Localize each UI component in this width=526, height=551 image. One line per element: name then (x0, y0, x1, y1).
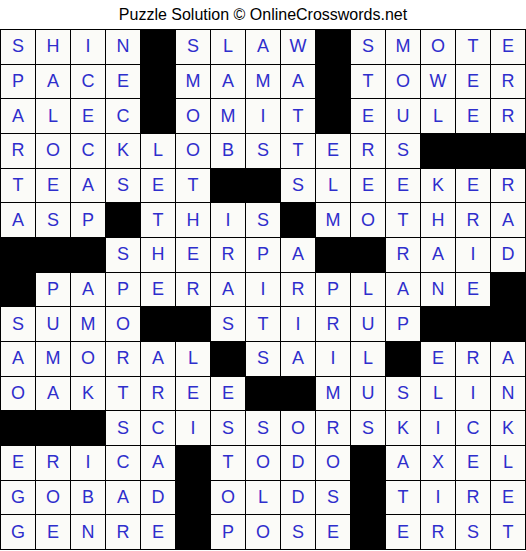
block-cell-r8c15 (491, 273, 525, 307)
page-title: Puzzle Solution © OnlineCrosswords.net (119, 6, 407, 24)
letter-cell-r6c12: T (386, 203, 420, 237)
letter-cell-r12c7: S (211, 411, 245, 445)
letter-cell-r8c3: A (71, 273, 105, 307)
letter-cell-r8c12: A (386, 273, 420, 307)
block-cell-r8c1 (1, 273, 35, 307)
letter-cell-r15c2: E (36, 515, 70, 549)
letter-cell-r14c2: O (36, 481, 70, 515)
letter-cell-r11c1: O (1, 377, 35, 411)
letter-cell-r3c7: M (211, 99, 245, 133)
letter-cell-r2c8: M (246, 65, 280, 99)
letter-cell-r10c6: L (176, 342, 210, 376)
letter-cell-r7c9: A (281, 238, 315, 272)
letter-cell-r3c2: L (36, 99, 70, 133)
letter-cell-r10c8: S (246, 342, 280, 376)
letter-cell-r2c6: M (176, 65, 210, 99)
letter-cell-r9c10: R (316, 307, 350, 341)
letter-cell-r1c14: T (456, 30, 490, 64)
letter-cell-r11c14: I (456, 377, 490, 411)
letter-cell-r11c2: A (36, 377, 70, 411)
letter-cell-r15c14: S (456, 515, 490, 549)
letter-cell-r4c4: K (106, 134, 140, 168)
letter-cell-r5c9: S (281, 169, 315, 203)
letter-cell-r1c3: I (71, 30, 105, 64)
letter-cell-r4c5: L (141, 134, 175, 168)
letter-cell-r5c3: A (71, 169, 105, 203)
title-bar: Puzzle Solution © OnlineCrosswords.net (0, 0, 526, 29)
letter-cell-r4c7: B (211, 134, 245, 168)
letter-cell-r6c11: O (351, 203, 385, 237)
letter-cell-r8c6: R (176, 273, 210, 307)
letter-cell-r1c9: W (281, 30, 315, 64)
letter-cell-r9c4: O (106, 307, 140, 341)
letter-cell-r8c5: E (141, 273, 175, 307)
letter-cell-r5c1: T (1, 169, 35, 203)
letter-cell-r9c7: S (211, 307, 245, 341)
letter-cell-r7c15: D (491, 238, 525, 272)
letter-cell-r8c2: P (36, 273, 70, 307)
letter-cell-r9c8: T (246, 307, 280, 341)
letter-cell-r2c9: A (281, 65, 315, 99)
block-cell-r5c8 (246, 169, 280, 203)
letter-cell-r8c9: R (281, 273, 315, 307)
block-cell-r7c10 (316, 238, 350, 272)
letter-cell-r14c15: E (491, 481, 525, 515)
letter-cell-r2c3: C (71, 65, 105, 99)
letter-cell-r7c12: R (386, 238, 420, 272)
letter-cell-r13c2: R (36, 446, 70, 480)
letter-cell-r1c2: H (36, 30, 70, 64)
letter-cell-r3c15: R (491, 99, 525, 133)
letter-cell-r8c13: N (421, 273, 455, 307)
letter-cell-r4c3: C (71, 134, 105, 168)
letter-cell-r6c7: I (211, 203, 245, 237)
letter-cell-r15c3: N (71, 515, 105, 549)
block-cell-r11c8 (246, 377, 280, 411)
letter-cell-r7c13: A (421, 238, 455, 272)
letter-cell-r4c8: S (246, 134, 280, 168)
block-cell-r9c5 (141, 307, 175, 341)
letter-cell-r11c11: U (351, 377, 385, 411)
block-cell-r9c15 (491, 307, 525, 341)
block-cell-r12c1 (1, 411, 35, 445)
letter-cell-r13c5: A (141, 446, 175, 480)
letter-cell-r10c15: A (491, 342, 525, 376)
letter-cell-r11c15: N (491, 377, 525, 411)
letter-cell-r6c14: R (456, 203, 490, 237)
letter-cell-r8c4: P (106, 273, 140, 307)
letter-cell-r12c10: R (316, 411, 350, 445)
letter-cell-r13c9: D (281, 446, 315, 480)
letter-cell-r8c11: L (351, 273, 385, 307)
letter-cell-r2c1: P (1, 65, 35, 99)
letter-cell-r11c12: S (386, 377, 420, 411)
letter-cell-r8c14: E (456, 273, 490, 307)
letter-cell-r12c14: C (456, 411, 490, 445)
letter-cell-r8c7: A (211, 273, 245, 307)
letter-cell-r11c7: E (211, 377, 245, 411)
letter-cell-r11c13: L (421, 377, 455, 411)
letter-cell-r12c15: K (491, 411, 525, 445)
letter-cell-r6c10: M (316, 203, 350, 237)
letter-cell-r1c15: E (491, 30, 525, 64)
block-cell-r4c13 (421, 134, 455, 168)
letter-cell-r15c9: S (281, 515, 315, 549)
letter-cell-r5c13: K (421, 169, 455, 203)
letter-cell-r10c14: R (456, 342, 490, 376)
block-cell-r3c10 (316, 99, 350, 133)
letter-cell-r3c9: T (281, 99, 315, 133)
letter-cell-r4c10: E (316, 134, 350, 168)
letter-cell-r14c9: D (281, 481, 315, 515)
letter-cell-r11c4: T (106, 377, 140, 411)
block-cell-r9c6 (176, 307, 210, 341)
letter-cell-r12c11: S (351, 411, 385, 445)
block-cell-r4c14 (456, 134, 490, 168)
letter-cell-r9c9: I (281, 307, 315, 341)
letter-cell-r15c7: P (211, 515, 245, 549)
letter-cell-r15c10: E (316, 515, 350, 549)
letter-cell-r11c10: M (316, 377, 350, 411)
letter-cell-r13c1: E (1, 446, 35, 480)
letter-cell-r6c6: H (176, 203, 210, 237)
letter-cell-r15c12: E (386, 515, 420, 549)
letter-cell-r1c1: S (1, 30, 35, 64)
letter-cell-r4c9: T (281, 134, 315, 168)
letter-cell-r12c6: I (176, 411, 210, 445)
letter-cell-r2c2: A (36, 65, 70, 99)
block-cell-r7c2 (36, 238, 70, 272)
block-cell-r15c11 (351, 515, 385, 549)
block-cell-r4c15 (491, 134, 525, 168)
letter-cell-r2c15: R (491, 65, 525, 99)
letter-cell-r3c12: U (386, 99, 420, 133)
letter-cell-r12c12: K (386, 411, 420, 445)
letter-cell-r15c15: T (491, 515, 525, 549)
letter-cell-r10c2: M (36, 342, 70, 376)
block-cell-r6c9 (281, 203, 315, 237)
letter-cell-r4c12: S (386, 134, 420, 168)
letter-cell-r10c9: A (281, 342, 315, 376)
letter-cell-r14c8: L (246, 481, 280, 515)
letter-cell-r13c3: I (71, 446, 105, 480)
letter-cell-r2c4: E (106, 65, 140, 99)
letter-cell-r13c4: C (106, 446, 140, 480)
block-cell-r2c10 (316, 65, 350, 99)
letter-cell-r7c4: S (106, 238, 140, 272)
letter-cell-r3c11: E (351, 99, 385, 133)
letter-cell-r3c4: C (106, 99, 140, 133)
letter-cell-r1c4: N (106, 30, 140, 64)
letter-cell-r5c6: T (176, 169, 210, 203)
block-cell-r5c7 (211, 169, 245, 203)
letter-cell-r15c4: R (106, 515, 140, 549)
letter-cell-r14c12: T (386, 481, 420, 515)
block-cell-r6c4 (106, 203, 140, 237)
block-cell-r13c11 (351, 446, 385, 480)
letter-cell-r12c8: S (246, 411, 280, 445)
letter-cell-r2c12: O (386, 65, 420, 99)
letter-cell-r13c14: E (456, 446, 490, 480)
letter-cell-r7c14: I (456, 238, 490, 272)
crossword-solution-page: Puzzle Solution © OnlineCrosswords.net S… (0, 0, 526, 551)
letter-cell-r4c2: O (36, 134, 70, 168)
letter-cell-r10c3: O (71, 342, 105, 376)
letter-cell-r14c14: R (456, 481, 490, 515)
letter-cell-r6c3: P (71, 203, 105, 237)
letter-cell-r7c5: H (141, 238, 175, 272)
block-cell-r9c13 (421, 307, 455, 341)
block-cell-r7c11 (351, 238, 385, 272)
block-cell-r2c5 (141, 65, 175, 99)
letter-cell-r2c11: T (351, 65, 385, 99)
letter-cell-r14c13: I (421, 481, 455, 515)
letter-cell-r15c8: O (246, 515, 280, 549)
block-cell-r14c6 (176, 481, 210, 515)
letter-cell-r14c10: S (316, 481, 350, 515)
block-cell-r3c5 (141, 99, 175, 133)
letter-cell-r6c5: T (141, 203, 175, 237)
letter-cell-r1c11: S (351, 30, 385, 64)
letter-cell-r3c1: A (1, 99, 35, 133)
letter-cell-r12c5: C (141, 411, 175, 445)
letter-cell-r13c15: L (491, 446, 525, 480)
letter-cell-r2c14: E (456, 65, 490, 99)
letter-cell-r14c1: G (1, 481, 35, 515)
letter-cell-r4c11: R (351, 134, 385, 168)
letter-cell-r3c13: L (421, 99, 455, 133)
block-cell-r1c5 (141, 30, 175, 64)
letter-cell-r12c4: S (106, 411, 140, 445)
letter-cell-r2c13: W (421, 65, 455, 99)
letter-cell-r11c6: E (176, 377, 210, 411)
letter-cell-r1c6: S (176, 30, 210, 64)
letter-cell-r9c12: P (386, 307, 420, 341)
letter-cell-r15c13: R (421, 515, 455, 549)
letter-cell-r6c8: S (246, 203, 280, 237)
letter-cell-r7c6: E (176, 238, 210, 272)
letter-cell-r3c3: E (71, 99, 105, 133)
letter-cell-r10c5: A (141, 342, 175, 376)
letter-cell-r5c14: E (456, 169, 490, 203)
letter-cell-r7c8: P (246, 238, 280, 272)
block-cell-r11c9 (281, 377, 315, 411)
letter-cell-r11c5: R (141, 377, 175, 411)
letter-cell-r10c1: A (1, 342, 35, 376)
block-cell-r7c3 (71, 238, 105, 272)
letter-cell-r5c11: E (351, 169, 385, 203)
letter-cell-r13c7: T (211, 446, 245, 480)
letter-cell-r5c10: L (316, 169, 350, 203)
letter-cell-r6c2: S (36, 203, 70, 237)
letter-cell-r1c12: M (386, 30, 420, 64)
letter-cell-r10c10: I (316, 342, 350, 376)
letter-cell-r9c1: S (1, 307, 35, 341)
letter-cell-r5c12: E (386, 169, 420, 203)
letter-cell-r6c15: A (491, 203, 525, 237)
block-cell-r12c3 (71, 411, 105, 445)
letter-cell-r13c12: A (386, 446, 420, 480)
letter-cell-r4c6: O (176, 134, 210, 168)
block-cell-r7c1 (1, 238, 35, 272)
letter-cell-r4c1: R (1, 134, 35, 168)
letter-cell-r13c13: X (421, 446, 455, 480)
letter-cell-r9c11: U (351, 307, 385, 341)
block-cell-r14c11 (351, 481, 385, 515)
letter-cell-r6c13: H (421, 203, 455, 237)
letter-cell-r5c15: R (491, 169, 525, 203)
letter-cell-r3c8: I (246, 99, 280, 133)
letter-cell-r5c5: E (141, 169, 175, 203)
block-cell-r1c10 (316, 30, 350, 64)
letter-cell-r15c5: E (141, 515, 175, 549)
letter-cell-r12c9: O (281, 411, 315, 445)
letter-cell-r6c1: A (1, 203, 35, 237)
letter-cell-r1c13: O (421, 30, 455, 64)
letter-cell-r14c3: B (71, 481, 105, 515)
letter-cell-r2c7: A (211, 65, 245, 99)
letter-cell-r8c10: P (316, 273, 350, 307)
letter-cell-r10c4: R (106, 342, 140, 376)
letter-cell-r11c3: K (71, 377, 105, 411)
block-cell-r9c14 (456, 307, 490, 341)
letter-cell-r3c14: E (456, 99, 490, 133)
letter-cell-r13c8: O (246, 446, 280, 480)
crossword-grid: SHINSLAWSMOTEPACEMAMATOWERALECOMITEULERR… (0, 29, 526, 550)
block-cell-r10c7 (211, 342, 245, 376)
letter-cell-r5c2: E (36, 169, 70, 203)
letter-cell-r3c6: O (176, 99, 210, 133)
block-cell-r10c12 (386, 342, 420, 376)
letter-cell-r9c3: M (71, 307, 105, 341)
letter-cell-r13c10: O (316, 446, 350, 480)
block-cell-r13c6 (176, 446, 210, 480)
letter-cell-r1c7: L (211, 30, 245, 64)
letter-cell-r12c13: I (421, 411, 455, 445)
letter-cell-r14c4: A (106, 481, 140, 515)
letter-cell-r10c13: E (421, 342, 455, 376)
block-cell-r12c2 (36, 411, 70, 445)
letter-cell-r10c11: L (351, 342, 385, 376)
letter-cell-r8c8: I (246, 273, 280, 307)
letter-cell-r15c1: G (1, 515, 35, 549)
block-cell-r15c6 (176, 515, 210, 549)
letter-cell-r9c2: U (36, 307, 70, 341)
letter-cell-r14c5: D (141, 481, 175, 515)
letter-cell-r5c4: S (106, 169, 140, 203)
letter-cell-r1c8: A (246, 30, 280, 64)
letter-cell-r14c7: O (211, 481, 245, 515)
letter-cell-r7c7: R (211, 238, 245, 272)
